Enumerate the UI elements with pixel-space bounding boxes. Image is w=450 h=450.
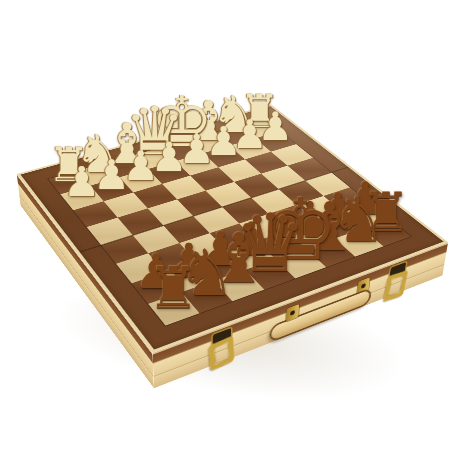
square-b7 xyxy=(164,261,214,292)
latch-right xyxy=(383,269,408,301)
square-f7 xyxy=(286,221,334,248)
square-h8 xyxy=(362,219,411,246)
square-c8 xyxy=(214,269,265,301)
square-b8 xyxy=(181,280,232,313)
square-c6 xyxy=(179,232,227,260)
square-c5 xyxy=(163,215,209,242)
square-b5 xyxy=(132,225,179,253)
square-a4 xyxy=(86,217,132,244)
square-d5 xyxy=(193,206,239,232)
square-b4 xyxy=(118,208,164,234)
square-e8 xyxy=(276,248,326,278)
square-c7 xyxy=(196,250,245,280)
square-d7 xyxy=(227,240,276,269)
square-g7 xyxy=(314,211,362,238)
square-e6 xyxy=(239,213,286,240)
square-g8 xyxy=(334,228,383,256)
square-a5 xyxy=(101,234,148,263)
square-e7 xyxy=(257,230,305,258)
product-photo-stage: ♜♞♝♛♚♝♞♜♟♟♟♟♟♟♟♟♟♟♟♟♟♟♟♟♜♞♝♛♚♝♞♜ xyxy=(0,0,450,450)
square-a6 xyxy=(115,252,164,282)
square-d6 xyxy=(209,223,256,251)
square-a7 xyxy=(131,271,181,303)
square-b6 xyxy=(148,242,196,271)
square-d8 xyxy=(245,258,295,289)
square-a8 xyxy=(148,292,200,326)
square-f6 xyxy=(268,204,315,230)
square-f8 xyxy=(305,238,354,267)
